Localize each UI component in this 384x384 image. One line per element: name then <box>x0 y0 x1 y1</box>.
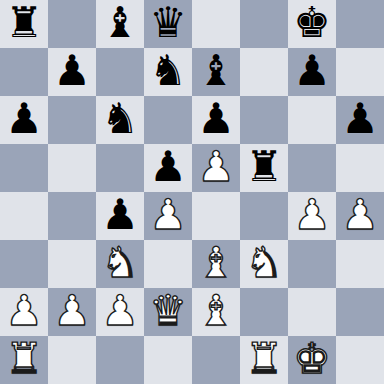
square-f7[interactable] <box>240 48 288 96</box>
square-d2[interactable]: ♛ <box>144 288 192 336</box>
square-d5[interactable]: ♟ <box>144 144 192 192</box>
square-b4[interactable] <box>48 192 96 240</box>
square-h3[interactable] <box>336 240 384 288</box>
piece-white-pawn[interactable]: ♟ <box>101 288 139 335</box>
square-a2[interactable]: ♟ <box>0 288 48 336</box>
square-d4[interactable]: ♟ <box>144 192 192 240</box>
square-d3[interactable] <box>144 240 192 288</box>
piece-black-knight[interactable]: ♞ <box>101 96 139 143</box>
piece-white-knight[interactable]: ♞ <box>101 240 139 287</box>
piece-white-pawn[interactable]: ♟ <box>53 288 91 335</box>
square-d8[interactable]: ♛ <box>144 0 192 48</box>
piece-black-pawn[interactable]: ♟ <box>293 48 331 95</box>
piece-black-pawn[interactable]: ♟ <box>5 96 43 143</box>
square-d6[interactable] <box>144 96 192 144</box>
square-a4[interactable] <box>0 192 48 240</box>
piece-white-king[interactable]: ♚ <box>293 336 331 383</box>
piece-black-pawn[interactable]: ♟ <box>197 96 235 143</box>
square-a8[interactable]: ♜ <box>0 0 48 48</box>
square-a6[interactable]: ♟ <box>0 96 48 144</box>
square-a5[interactable] <box>0 144 48 192</box>
square-e6[interactable]: ♟ <box>192 96 240 144</box>
piece-black-pawn[interactable]: ♟ <box>341 96 379 143</box>
square-f8[interactable] <box>240 0 288 48</box>
piece-black-pawn[interactable]: ♟ <box>101 192 139 239</box>
piece-black-rook[interactable]: ♜ <box>245 144 283 191</box>
square-b2[interactable]: ♟ <box>48 288 96 336</box>
square-e5[interactable]: ♟ <box>192 144 240 192</box>
piece-white-bishop[interactable]: ♝ <box>197 288 235 335</box>
square-b6[interactable] <box>48 96 96 144</box>
piece-black-bishop[interactable]: ♝ <box>197 48 235 95</box>
piece-white-pawn[interactable]: ♟ <box>5 288 43 335</box>
square-f6[interactable] <box>240 96 288 144</box>
square-h6[interactable]: ♟ <box>336 96 384 144</box>
square-b7[interactable]: ♟ <box>48 48 96 96</box>
square-c8[interactable]: ♝ <box>96 0 144 48</box>
piece-white-knight[interactable]: ♞ <box>245 240 283 287</box>
square-g1[interactable]: ♚ <box>288 336 336 384</box>
square-h8[interactable] <box>336 0 384 48</box>
square-f2[interactable] <box>240 288 288 336</box>
square-c6[interactable]: ♞ <box>96 96 144 144</box>
square-e1[interactable] <box>192 336 240 384</box>
square-g2[interactable] <box>288 288 336 336</box>
square-h1[interactable] <box>336 336 384 384</box>
square-e8[interactable] <box>192 0 240 48</box>
piece-white-rook[interactable]: ♜ <box>245 336 283 383</box>
square-a1[interactable]: ♜ <box>0 336 48 384</box>
square-g5[interactable] <box>288 144 336 192</box>
square-b1[interactable] <box>48 336 96 384</box>
piece-black-pawn[interactable]: ♟ <box>149 144 187 191</box>
square-e2[interactable]: ♝ <box>192 288 240 336</box>
square-h7[interactable] <box>336 48 384 96</box>
square-c4[interactable]: ♟ <box>96 192 144 240</box>
square-e7[interactable]: ♝ <box>192 48 240 96</box>
square-c3[interactable]: ♞ <box>96 240 144 288</box>
piece-black-knight[interactable]: ♞ <box>149 48 187 95</box>
piece-white-pawn[interactable]: ♟ <box>197 144 235 191</box>
square-f1[interactable]: ♜ <box>240 336 288 384</box>
piece-white-bishop[interactable]: ♝ <box>197 240 235 287</box>
square-f4[interactable] <box>240 192 288 240</box>
square-h5[interactable] <box>336 144 384 192</box>
piece-black-queen[interactable]: ♛ <box>149 0 187 47</box>
square-b5[interactable] <box>48 144 96 192</box>
square-e3[interactable]: ♝ <box>192 240 240 288</box>
square-h4[interactable]: ♟ <box>336 192 384 240</box>
square-d1[interactable] <box>144 336 192 384</box>
square-b3[interactable] <box>48 240 96 288</box>
square-g7[interactable]: ♟ <box>288 48 336 96</box>
square-a7[interactable] <box>0 48 48 96</box>
square-g3[interactable] <box>288 240 336 288</box>
square-c7[interactable] <box>96 48 144 96</box>
square-g6[interactable] <box>288 96 336 144</box>
piece-black-king[interactable]: ♚ <box>293 0 331 47</box>
square-d7[interactable]: ♞ <box>144 48 192 96</box>
piece-white-pawn[interactable]: ♟ <box>149 192 187 239</box>
square-c2[interactable]: ♟ <box>96 288 144 336</box>
square-f5[interactable]: ♜ <box>240 144 288 192</box>
piece-white-pawn[interactable]: ♟ <box>293 192 331 239</box>
piece-black-rook[interactable]: ♜ <box>5 0 43 47</box>
square-h2[interactable] <box>336 288 384 336</box>
piece-white-rook[interactable]: ♜ <box>5 336 43 383</box>
square-f3[interactable]: ♞ <box>240 240 288 288</box>
square-c1[interactable] <box>96 336 144 384</box>
piece-black-bishop[interactable]: ♝ <box>101 0 139 47</box>
square-a3[interactable] <box>0 240 48 288</box>
piece-white-queen[interactable]: ♛ <box>149 288 187 335</box>
square-g4[interactable]: ♟ <box>288 192 336 240</box>
piece-white-pawn[interactable]: ♟ <box>341 192 379 239</box>
square-g8[interactable]: ♚ <box>288 0 336 48</box>
chess-board: ♜♝♛♚♟♞♝♟♟♞♟♟♟♟♜♟♟♟♟♞♝♞♟♟♟♛♝♜♜♚ <box>0 0 384 384</box>
square-b8[interactable] <box>48 0 96 48</box>
piece-black-pawn[interactable]: ♟ <box>53 48 91 95</box>
square-e4[interactable] <box>192 192 240 240</box>
square-c5[interactable] <box>96 144 144 192</box>
